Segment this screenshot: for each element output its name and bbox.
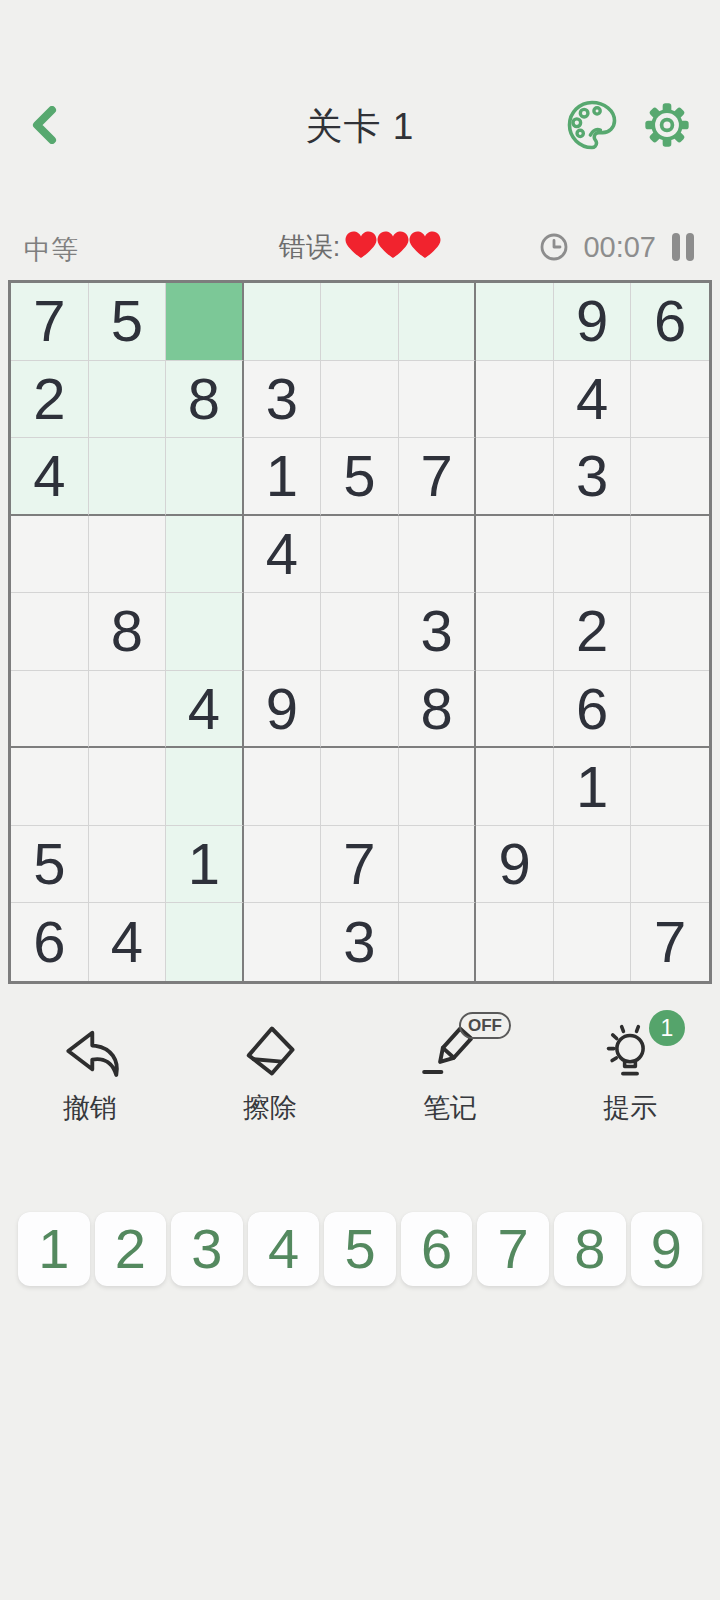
- cell-r1c2[interactable]: 5: [89, 283, 167, 361]
- cell-r9c3[interactable]: [166, 903, 244, 981]
- palette-icon: [565, 98, 619, 152]
- cell-r6c7[interactable]: [476, 671, 554, 749]
- cell-r2c8[interactable]: 4: [554, 361, 632, 439]
- cell-r8c4[interactable]: [244, 826, 322, 904]
- cell-r7c4[interactable]: [244, 748, 322, 826]
- cell-r9c2[interactable]: 4: [89, 903, 167, 981]
- cell-r1c9[interactable]: 6: [631, 283, 709, 361]
- clock-icon: [539, 232, 569, 262]
- mistakes-label: 错误:: [279, 229, 341, 265]
- cell-r2c7[interactable]: [476, 361, 554, 439]
- cell-r1c8[interactable]: 9: [554, 283, 632, 361]
- numpad-1[interactable]: 1: [18, 1212, 90, 1286]
- cell-r5c5[interactable]: [321, 593, 399, 671]
- cell-r6c6[interactable]: 8: [399, 671, 477, 749]
- numpad-2[interactable]: 2: [95, 1212, 167, 1286]
- cell-r4c6[interactable]: [399, 516, 477, 594]
- cell-r6c4[interactable]: 9: [244, 671, 322, 749]
- heart-icon: [409, 246, 441, 263]
- cell-r5c1[interactable]: [11, 593, 89, 671]
- cell-r2c9[interactable]: [631, 361, 709, 439]
- pause-bar: [686, 233, 694, 261]
- cell-r7c6[interactable]: [399, 748, 477, 826]
- numpad-3[interactable]: 3: [171, 1212, 243, 1286]
- cell-r7c9[interactable]: [631, 748, 709, 826]
- cell-r8c7[interactable]: 9: [476, 826, 554, 904]
- cell-r6c1[interactable]: [11, 671, 89, 749]
- numpad-9[interactable]: 9: [631, 1212, 703, 1286]
- header: 关卡 1: [0, 96, 720, 156]
- cell-r5c3[interactable]: [166, 593, 244, 671]
- cell-r4c7[interactable]: [476, 516, 554, 594]
- cell-r6c5[interactable]: [321, 671, 399, 749]
- cell-r3c7[interactable]: [476, 438, 554, 516]
- notes-button[interactable]: OFF 笔记: [360, 1018, 540, 1128]
- notes-off-badge: OFF: [459, 1012, 511, 1039]
- cell-r4c4[interactable]: 4: [244, 516, 322, 594]
- cell-r9c4[interactable]: [244, 903, 322, 981]
- erase-label: 擦除: [243, 1090, 297, 1126]
- cell-r9c6[interactable]: [399, 903, 477, 981]
- cell-r7c2[interactable]: [89, 748, 167, 826]
- cell-r2c4[interactable]: 3: [244, 361, 322, 439]
- cell-r6c2[interactable]: [89, 671, 167, 749]
- cell-r8c6[interactable]: [399, 826, 477, 904]
- numpad-6[interactable]: 6: [401, 1212, 473, 1286]
- hint-button[interactable]: 1 提示: [540, 1018, 720, 1128]
- numpad-4[interactable]: 4: [248, 1212, 320, 1286]
- cell-r4c8[interactable]: [554, 516, 632, 594]
- heart-icon: [345, 246, 377, 263]
- timer-value: 00:07: [583, 231, 656, 264]
- cell-r9c7[interactable]: [476, 903, 554, 981]
- cell-r5c8[interactable]: 2: [554, 593, 632, 671]
- numpad-7[interactable]: 7: [477, 1212, 549, 1286]
- cell-r9c5[interactable]: 3: [321, 903, 399, 981]
- cell-r3c8[interactable]: 3: [554, 438, 632, 516]
- hearts-row: [345, 230, 441, 264]
- undo-label: 撤销: [63, 1090, 117, 1126]
- cell-r4c9[interactable]: [631, 516, 709, 594]
- cell-r7c8[interactable]: 1: [554, 748, 632, 826]
- cell-r3c6[interactable]: 7: [399, 438, 477, 516]
- cell-r9c1[interactable]: 6: [11, 903, 89, 981]
- cell-r3c5[interactable]: 5: [321, 438, 399, 516]
- settings-button[interactable]: [638, 96, 696, 154]
- cell-r1c6[interactable]: [399, 283, 477, 361]
- cell-r6c9[interactable]: [631, 671, 709, 749]
- notes-label: 笔记: [423, 1090, 477, 1126]
- pause-bar: [672, 233, 680, 261]
- cell-r1c3[interactable]: [166, 283, 244, 361]
- cell-r3c9[interactable]: [631, 438, 709, 516]
- cell-r4c2[interactable]: [89, 516, 167, 594]
- theme-button[interactable]: [563, 96, 621, 154]
- cell-r2c1[interactable]: 2: [11, 361, 89, 439]
- cell-r8c9[interactable]: [631, 826, 709, 904]
- cell-r2c3[interactable]: 8: [166, 361, 244, 439]
- sudoku-board: 759628344157348324986151796437: [8, 280, 712, 984]
- pause-button[interactable]: [670, 231, 696, 263]
- cell-r3c3[interactable]: [166, 438, 244, 516]
- cell-r5c7[interactable]: [476, 593, 554, 671]
- cell-r7c7[interactable]: [476, 748, 554, 826]
- cell-r5c9[interactable]: [631, 593, 709, 671]
- cell-r9c9[interactable]: 7: [631, 903, 709, 981]
- numpad-8[interactable]: 8: [554, 1212, 626, 1286]
- erase-button[interactable]: 擦除: [180, 1018, 360, 1128]
- cell-r7c5[interactable]: [321, 748, 399, 826]
- cell-r5c2[interactable]: 8: [89, 593, 167, 671]
- gear-icon: [641, 99, 693, 151]
- number-pad: 123456789: [18, 1212, 702, 1286]
- cell-r1c5[interactable]: [321, 283, 399, 361]
- cell-r8c5[interactable]: 7: [321, 826, 399, 904]
- cell-r2c2[interactable]: [89, 361, 167, 439]
- cell-r1c1[interactable]: 7: [11, 283, 89, 361]
- numpad-5[interactable]: 5: [324, 1212, 396, 1286]
- cell-r9c8[interactable]: [554, 903, 632, 981]
- eraser-icon: [240, 1021, 300, 1081]
- hint-label: 提示: [603, 1090, 657, 1126]
- hint-count-badge: 1: [649, 1010, 685, 1046]
- cell-r8c2[interactable]: [89, 826, 167, 904]
- cell-r5c4[interactable]: [244, 593, 322, 671]
- cell-r1c7[interactable]: [476, 283, 554, 361]
- timer-group: 00:07: [539, 226, 696, 268]
- cell-r3c2[interactable]: [89, 438, 167, 516]
- cell-r8c1[interactable]: 5: [11, 826, 89, 904]
- cell-r7c1[interactable]: [11, 748, 89, 826]
- cell-r8c3[interactable]: 1: [166, 826, 244, 904]
- heart-icon: [377, 246, 409, 263]
- undo-button[interactable]: 撤销: [0, 1018, 180, 1128]
- cell-r7c3[interactable]: [166, 748, 244, 826]
- cell-r5c6[interactable]: 3: [399, 593, 477, 671]
- cell-r8c8[interactable]: [554, 826, 632, 904]
- cell-r6c3[interactable]: 4: [166, 671, 244, 749]
- cell-r2c6[interactable]: [399, 361, 477, 439]
- cell-r4c5[interactable]: [321, 516, 399, 594]
- status-bar: 中等 错误: 00:07: [0, 226, 720, 268]
- cell-r3c1[interactable]: 4: [11, 438, 89, 516]
- cell-r6c8[interactable]: 6: [554, 671, 632, 749]
- undo-icon: [58, 1022, 122, 1080]
- cell-r3c4[interactable]: 1: [244, 438, 322, 516]
- cell-r4c1[interactable]: [11, 516, 89, 594]
- cell-r4c3[interactable]: [166, 516, 244, 594]
- toolbar: 撤销 擦除 OFF: [0, 1018, 720, 1128]
- cell-r1c4[interactable]: [244, 283, 322, 361]
- cell-r2c5[interactable]: [321, 361, 399, 439]
